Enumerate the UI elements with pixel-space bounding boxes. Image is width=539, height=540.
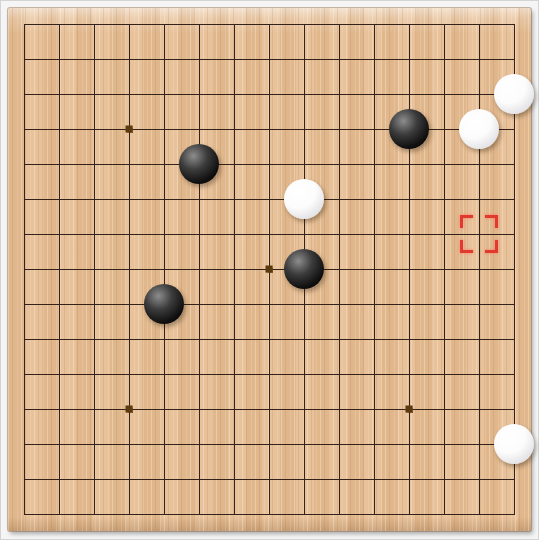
- board-cell[interactable]: [322, 147, 357, 182]
- board-cell[interactable]: [497, 392, 532, 427]
- board-cell[interactable]: [112, 392, 147, 427]
- board-cell[interactable]: [357, 287, 392, 322]
- board-cell[interactable]: [217, 42, 252, 77]
- board-cell[interactable]: [217, 7, 252, 42]
- board-cell[interactable]: [77, 252, 112, 287]
- board-cell[interactable]: [392, 462, 427, 497]
- board-cell[interactable]: [77, 392, 112, 427]
- board-cell[interactable]: [77, 427, 112, 462]
- board-cell[interactable]: [287, 287, 322, 322]
- board-cell[interactable]: [7, 357, 42, 392]
- star-point: [126, 406, 133, 413]
- board-cell[interactable]: [42, 392, 77, 427]
- board-cell[interactable]: [7, 42, 42, 77]
- board-cell[interactable]: [252, 77, 287, 112]
- board-cell[interactable]: [252, 217, 287, 252]
- board-cell[interactable]: [392, 322, 427, 357]
- board-cell[interactable]: [112, 497, 147, 532]
- board-cell[interactable]: [182, 182, 217, 217]
- board-cell[interactable]: [497, 217, 532, 252]
- board-cell[interactable]: [217, 462, 252, 497]
- board-cell[interactable]: [147, 462, 182, 497]
- board-cell[interactable]: [42, 42, 77, 77]
- board-cell[interactable]: [287, 77, 322, 112]
- board-cell[interactable]: [112, 427, 147, 462]
- board-cell[interactable]: [392, 77, 427, 112]
- board-cell[interactable]: [42, 182, 77, 217]
- board-cell[interactable]: [462, 252, 497, 287]
- board-cell[interactable]: [112, 147, 147, 182]
- black-stone[interactable]: [179, 144, 219, 184]
- board-cell[interactable]: [42, 217, 77, 252]
- board-cell[interactable]: [42, 112, 77, 147]
- board-cell[interactable]: [392, 217, 427, 252]
- board-cell[interactable]: [427, 392, 462, 427]
- board-cell[interactable]: [287, 7, 322, 42]
- black-stone[interactable]: [389, 109, 429, 149]
- board-cell[interactable]: [182, 217, 217, 252]
- board-cell[interactable]: [77, 147, 112, 182]
- board-cell[interactable]: [77, 112, 112, 147]
- board-cell[interactable]: [77, 357, 112, 392]
- board-cell[interactable]: [217, 77, 252, 112]
- board-cell[interactable]: [322, 427, 357, 462]
- board-cell[interactable]: [252, 147, 287, 182]
- board-cell[interactable]: [462, 427, 497, 462]
- board-cell[interactable]: [462, 7, 497, 42]
- go-board[interactable]: [8, 8, 531, 531]
- board-cell[interactable]: [147, 42, 182, 77]
- board-cell[interactable]: [322, 42, 357, 77]
- board-cell[interactable]: [322, 7, 357, 42]
- board-cell[interactable]: [427, 77, 462, 112]
- board-cell[interactable]: [7, 287, 42, 322]
- board-cell[interactable]: [497, 7, 532, 42]
- white-stone[interactable]: [284, 179, 324, 219]
- board-cell[interactable]: [182, 252, 217, 287]
- board-cell[interactable]: [392, 112, 427, 147]
- board-cell[interactable]: [182, 462, 217, 497]
- target-marker-corner-br: [485, 240, 498, 253]
- board-cell[interactable]: [112, 77, 147, 112]
- board-cell[interactable]: [252, 462, 287, 497]
- board-cell[interactable]: [112, 112, 147, 147]
- board-cell[interactable]: [462, 217, 497, 252]
- board-cell[interactable]: [217, 322, 252, 357]
- board-cell[interactable]: [427, 217, 462, 252]
- board-cell[interactable]: [357, 7, 392, 42]
- board-cell[interactable]: [42, 287, 77, 322]
- board-cell[interactable]: [322, 392, 357, 427]
- board-cell[interactable]: [252, 252, 287, 287]
- board-cell[interactable]: [252, 322, 287, 357]
- board-cell[interactable]: [217, 427, 252, 462]
- board-cell[interactable]: [252, 42, 287, 77]
- board-cell[interactable]: [357, 182, 392, 217]
- board-cell[interactable]: [7, 252, 42, 287]
- board-cell[interactable]: [497, 357, 532, 392]
- board-cell[interactable]: [252, 112, 287, 147]
- board-cell[interactable]: [42, 77, 77, 112]
- board-cell[interactable]: [462, 42, 497, 77]
- board-cell[interactable]: [427, 112, 462, 147]
- board-cell[interactable]: [392, 392, 427, 427]
- board-cell[interactable]: [217, 182, 252, 217]
- board-cell[interactable]: [357, 497, 392, 532]
- board-cell[interactable]: [462, 287, 497, 322]
- board-cell[interactable]: [112, 182, 147, 217]
- board-cell[interactable]: [287, 252, 322, 287]
- black-stone[interactable]: [284, 249, 324, 289]
- board-cell[interactable]: [7, 217, 42, 252]
- board-cell[interactable]: [42, 252, 77, 287]
- board-cell[interactable]: [322, 217, 357, 252]
- board-cell[interactable]: [427, 7, 462, 42]
- board-cell[interactable]: [357, 392, 392, 427]
- board-cell[interactable]: [392, 182, 427, 217]
- board-cell[interactable]: [392, 7, 427, 42]
- board-cell[interactable]: [462, 357, 497, 392]
- board-intersection-grid: [7, 7, 532, 532]
- board-cell[interactable]: [392, 427, 427, 462]
- board-cell[interactable]: [77, 322, 112, 357]
- board-cell[interactable]: [322, 77, 357, 112]
- board-cell[interactable]: [462, 147, 497, 182]
- board-cell[interactable]: [42, 427, 77, 462]
- board-cell[interactable]: [357, 112, 392, 147]
- board-cell[interactable]: [77, 287, 112, 322]
- board-cell[interactable]: [112, 42, 147, 77]
- board-cell[interactable]: [7, 497, 42, 532]
- board-cell[interactable]: [182, 7, 217, 42]
- board-cell[interactable]: [392, 357, 427, 392]
- board-cell[interactable]: [497, 112, 532, 147]
- board-cell[interactable]: [287, 462, 322, 497]
- board-cell[interactable]: [42, 357, 77, 392]
- board-cell[interactable]: [392, 252, 427, 287]
- board-cell[interactable]: [427, 42, 462, 77]
- board-cell[interactable]: [217, 392, 252, 427]
- board-cell[interactable]: [112, 357, 147, 392]
- board-cell[interactable]: [77, 7, 112, 42]
- board-cell[interactable]: [462, 462, 497, 497]
- board-cell[interactable]: [7, 322, 42, 357]
- board-cell[interactable]: [77, 42, 112, 77]
- board-cell[interactable]: [77, 217, 112, 252]
- board-cell[interactable]: [217, 252, 252, 287]
- board-cell[interactable]: [77, 77, 112, 112]
- board-cell[interactable]: [147, 7, 182, 42]
- board-cell[interactable]: [287, 357, 322, 392]
- go-app-window: [0, 0, 539, 540]
- board-cell[interactable]: [357, 322, 392, 357]
- board-cell[interactable]: [322, 497, 357, 532]
- board-cell[interactable]: [217, 287, 252, 322]
- board-cell[interactable]: [322, 322, 357, 357]
- board-cell[interactable]: [182, 147, 217, 182]
- board-cell[interactable]: [217, 497, 252, 532]
- board-cell[interactable]: [357, 147, 392, 182]
- board-cell[interactable]: [357, 217, 392, 252]
- board-cell[interactable]: [322, 182, 357, 217]
- board-cell[interactable]: [287, 322, 322, 357]
- target-marker: [460, 215, 498, 253]
- board-cell[interactable]: [182, 77, 217, 112]
- board-cell[interactable]: [112, 322, 147, 357]
- board-cell[interactable]: [182, 357, 217, 392]
- board-cell[interactable]: [357, 427, 392, 462]
- board-cell[interactable]: [182, 497, 217, 532]
- board-cell[interactable]: [427, 147, 462, 182]
- board-cell[interactable]: [287, 497, 322, 532]
- board-cell[interactable]: [497, 462, 532, 497]
- board-cell[interactable]: [217, 112, 252, 147]
- board-cell[interactable]: [462, 322, 497, 357]
- white-stone[interactable]: [459, 109, 499, 149]
- board-cell[interactable]: [252, 392, 287, 427]
- board-cell[interactable]: [287, 112, 322, 147]
- target-marker-corner-tl: [460, 215, 473, 228]
- board-cell[interactable]: [42, 322, 77, 357]
- board-cell[interactable]: [147, 427, 182, 462]
- board-cell[interactable]: [252, 427, 287, 462]
- board-cell[interactable]: [357, 462, 392, 497]
- board-cell[interactable]: [7, 427, 42, 462]
- board-cell[interactable]: [252, 287, 287, 322]
- board-cell[interactable]: [287, 427, 322, 462]
- board-cell[interactable]: [357, 252, 392, 287]
- board-cell[interactable]: [497, 182, 532, 217]
- board-cell[interactable]: [427, 462, 462, 497]
- board-cell[interactable]: [287, 217, 322, 252]
- board-cell[interactable]: [112, 462, 147, 497]
- board-cell[interactable]: [147, 77, 182, 112]
- board-cell[interactable]: [252, 357, 287, 392]
- board-cell[interactable]: [462, 392, 497, 427]
- board-cell[interactable]: [7, 77, 42, 112]
- board-cell[interactable]: [497, 147, 532, 182]
- board-cell[interactable]: [392, 42, 427, 77]
- board-cell[interactable]: [112, 252, 147, 287]
- board-cell[interactable]: [77, 462, 112, 497]
- board-cell[interactable]: [7, 392, 42, 427]
- board-cell[interactable]: [357, 42, 392, 77]
- star-point: [406, 406, 413, 413]
- board-cell[interactable]: [322, 112, 357, 147]
- board-cell[interactable]: [147, 147, 182, 182]
- board-cell[interactable]: [497, 322, 532, 357]
- board-cell[interactable]: [42, 462, 77, 497]
- board-cell[interactable]: [427, 322, 462, 357]
- board-cell[interactable]: [497, 77, 532, 112]
- board-cell[interactable]: [462, 182, 497, 217]
- board-cell[interactable]: [392, 497, 427, 532]
- board-cell[interactable]: [287, 42, 322, 77]
- board-cell[interactable]: [182, 287, 217, 322]
- board-cell[interactable]: [112, 287, 147, 322]
- board-cell[interactable]: [147, 252, 182, 287]
- board-cell[interactable]: [497, 42, 532, 77]
- board-cell[interactable]: [427, 427, 462, 462]
- board-cell[interactable]: [182, 322, 217, 357]
- board-cell[interactable]: [217, 357, 252, 392]
- board-cell[interactable]: [287, 147, 322, 182]
- board-cell[interactable]: [497, 427, 532, 462]
- board-cell[interactable]: [322, 287, 357, 322]
- board-cell[interactable]: [252, 7, 287, 42]
- board-cell[interactable]: [462, 112, 497, 147]
- board-cell[interactable]: [182, 392, 217, 427]
- board-cell[interactable]: [427, 182, 462, 217]
- board-cell[interactable]: [287, 392, 322, 427]
- board-cell[interactable]: [147, 287, 182, 322]
- board-cell[interactable]: [7, 462, 42, 497]
- board-cell[interactable]: [77, 182, 112, 217]
- board-cell[interactable]: [427, 287, 462, 322]
- board-cell[interactable]: [7, 7, 42, 42]
- board-cell[interactable]: [252, 182, 287, 217]
- board-cell[interactable]: [42, 497, 77, 532]
- board-cell[interactable]: [147, 497, 182, 532]
- board-cell[interactable]: [182, 427, 217, 462]
- board-cell[interactable]: [497, 287, 532, 322]
- board-cell[interactable]: [462, 77, 497, 112]
- board-cell[interactable]: [42, 7, 77, 42]
- board-cell[interactable]: [252, 497, 287, 532]
- white-stone[interactable]: [494, 424, 534, 464]
- board-cell[interactable]: [497, 497, 532, 532]
- board-cell[interactable]: [322, 462, 357, 497]
- board-cell[interactable]: [147, 357, 182, 392]
- board-cell[interactable]: [497, 252, 532, 287]
- target-marker-corner-tr: [485, 215, 498, 228]
- board-cell[interactable]: [7, 112, 42, 147]
- board-cell[interactable]: [147, 182, 182, 217]
- board-cell[interactable]: [462, 497, 497, 532]
- board-cell[interactable]: [7, 147, 42, 182]
- board-cell[interactable]: [182, 112, 217, 147]
- board-cell[interactable]: [392, 287, 427, 322]
- board-cell[interactable]: [112, 217, 147, 252]
- board-cell[interactable]: [357, 357, 392, 392]
- board-cell[interactable]: [147, 112, 182, 147]
- star-point: [266, 266, 273, 273]
- board-cell[interactable]: [357, 77, 392, 112]
- board-cell[interactable]: [147, 322, 182, 357]
- black-stone[interactable]: [144, 284, 184, 324]
- board-cell[interactable]: [217, 217, 252, 252]
- board-cell[interactable]: [427, 497, 462, 532]
- target-marker-corner-bl: [460, 240, 473, 253]
- white-stone[interactable]: [494, 74, 534, 114]
- board-cell[interactable]: [427, 357, 462, 392]
- board-cell[interactable]: [7, 182, 42, 217]
- board-cell[interactable]: [217, 147, 252, 182]
- board-cell[interactable]: [322, 252, 357, 287]
- board-cell[interactable]: [392, 147, 427, 182]
- star-point: [126, 126, 133, 133]
- board-cell[interactable]: [322, 357, 357, 392]
- board-cell[interactable]: [112, 7, 147, 42]
- board-cell[interactable]: [147, 392, 182, 427]
- board-cell[interactable]: [77, 497, 112, 532]
- board-cell[interactable]: [287, 182, 322, 217]
- board-cell[interactable]: [182, 42, 217, 77]
- board-cell[interactable]: [42, 147, 77, 182]
- board-cell[interactable]: [147, 217, 182, 252]
- board-cell[interactable]: [427, 252, 462, 287]
